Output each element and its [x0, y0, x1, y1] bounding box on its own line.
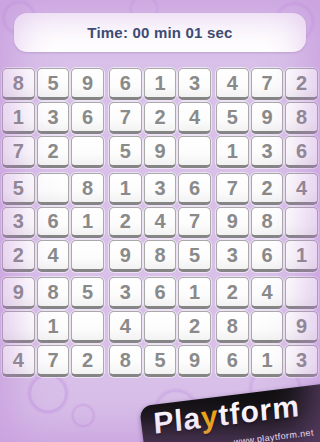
sudoku-cell-r7c7[interactable]: 2 [216, 277, 249, 309]
sudoku-cell-r5c3[interactable]: 1 [71, 207, 104, 239]
sudoku-cell-r9c8[interactable]: 1 [251, 345, 284, 377]
sudoku-cell-r7c6[interactable]: 1 [178, 277, 211, 309]
sudoku-cell-r1c8[interactable]: 7 [251, 68, 284, 100]
sudoku-cell-r1c2[interactable]: 5 [37, 68, 70, 100]
sudoku-cell-r4c8[interactable]: 2 [251, 173, 284, 205]
sudoku-cell-r7c3[interactable]: 5 [71, 277, 104, 309]
sudoku-cell-r6c9[interactable]: 1 [285, 240, 318, 272]
sudoku-cell-r8c2[interactable]: 1 [37, 311, 70, 343]
sudoku-cell-r1c6[interactable]: 3 [178, 68, 211, 100]
sudoku-cell-r8c4[interactable]: 4 [109, 311, 142, 343]
timer-text: Time: 00 min 01 sec [87, 24, 232, 41]
sudoku-cell-r8c6[interactable]: 2 [178, 311, 211, 343]
sudoku-cell-r1c9[interactable]: 2 [285, 68, 318, 100]
sudoku-cell-r6c5[interactable]: 8 [144, 240, 177, 272]
sudoku-cell-r7c9[interactable] [285, 277, 318, 309]
sudoku-app: Time: 00 min 01 sec 85913672613724594725… [0, 0, 320, 442]
sudoku-cell-r6c6[interactable]: 5 [178, 240, 211, 272]
playtform-logo: Playtform www.playtform.net [139, 382, 320, 442]
sudoku-cell-r3c7[interactable]: 1 [216, 136, 249, 168]
sudoku-cell-r8c7[interactable]: 8 [216, 311, 249, 343]
sudoku-cell-r2c6[interactable]: 4 [178, 102, 211, 134]
logo-text-pla: Pla [152, 401, 202, 440]
sudoku-cell-r3c4[interactable]: 5 [109, 136, 142, 168]
sudoku-cell-r2c8[interactable]: 9 [251, 102, 284, 134]
sudoku-cell-r9c5[interactable]: 5 [144, 345, 177, 377]
sudoku-box-6: 72498361 [216, 173, 318, 273]
sudoku-cell-r4c3[interactable]: 8 [71, 173, 104, 205]
sudoku-box-1: 85913672 [2, 68, 104, 168]
sudoku-cell-r7c2[interactable]: 8 [37, 277, 70, 309]
sudoku-box-4: 5836124 [2, 173, 104, 273]
sudoku-cell-r4c7[interactable]: 7 [216, 173, 249, 205]
sudoku-box-2: 61372459 [109, 68, 211, 168]
sudoku-cell-r1c5[interactable]: 1 [144, 68, 177, 100]
sudoku-cell-r9c3[interactable]: 2 [71, 345, 104, 377]
sudoku-cell-r3c6[interactable] [178, 136, 211, 168]
sudoku-cell-r7c8[interactable]: 4 [251, 277, 284, 309]
sudoku-cell-r4c4[interactable]: 1 [109, 173, 142, 205]
sudoku-cell-r6c8[interactable]: 6 [251, 240, 284, 272]
sudoku-cell-r5c2[interactable]: 6 [37, 207, 70, 239]
sudoku-cell-r9c1[interactable]: 4 [2, 345, 35, 377]
sudoku-cell-r9c4[interactable]: 8 [109, 345, 142, 377]
sudoku-cell-r4c5[interactable]: 3 [144, 173, 177, 205]
sudoku-cell-r1c4[interactable]: 6 [109, 68, 142, 100]
sudoku-cell-r6c3[interactable] [71, 240, 104, 272]
sudoku-cell-r2c1[interactable]: 1 [2, 102, 35, 134]
sudoku-cell-r8c1[interactable] [2, 311, 35, 343]
sudoku-cell-r1c3[interactable]: 9 [71, 68, 104, 100]
sudoku-cell-r2c2[interactable]: 3 [37, 102, 70, 134]
sudoku-board: 8591367261372459472598136583612413624798… [2, 68, 318, 377]
sudoku-cell-r1c7[interactable]: 4 [216, 68, 249, 100]
sudoku-cell-r2c9[interactable]: 8 [285, 102, 318, 134]
sudoku-cell-r5c4[interactable]: 2 [109, 207, 142, 239]
sudoku-cell-r9c9[interactable]: 3 [285, 345, 318, 377]
sudoku-cell-r2c4[interactable]: 7 [109, 102, 142, 134]
logo-text-tform: tform [217, 389, 300, 432]
logo-text-y: y [200, 399, 220, 434]
sudoku-cell-r7c4[interactable]: 3 [109, 277, 142, 309]
sudoku-cell-r3c9[interactable]: 6 [285, 136, 318, 168]
sudoku-cell-r3c1[interactable]: 7 [2, 136, 35, 168]
sudoku-cell-r6c2[interactable]: 4 [37, 240, 70, 272]
sudoku-cell-r5c9[interactable] [285, 207, 318, 239]
sudoku-cell-r9c7[interactable]: 6 [216, 345, 249, 377]
sudoku-cell-r4c9[interactable]: 4 [285, 173, 318, 205]
sudoku-cell-r7c5[interactable]: 6 [144, 277, 177, 309]
sudoku-box-3: 472598136 [216, 68, 318, 168]
sudoku-box-7: 9851472 [2, 277, 104, 377]
sudoku-cell-r9c6[interactable]: 9 [178, 345, 211, 377]
sudoku-cell-r2c5[interactable]: 2 [144, 102, 177, 134]
sudoku-cell-r8c9[interactable]: 9 [285, 311, 318, 343]
sudoku-cell-r5c7[interactable]: 9 [216, 207, 249, 239]
sudoku-cell-r7c1[interactable]: 9 [2, 277, 35, 309]
sudoku-cell-r9c2[interactable]: 7 [37, 345, 70, 377]
sudoku-cell-r5c8[interactable]: 8 [251, 207, 284, 239]
sudoku-cell-r8c8[interactable] [251, 311, 284, 343]
sudoku-box-9: 2489613 [216, 277, 318, 377]
sudoku-cell-r4c6[interactable]: 6 [178, 173, 211, 205]
sudoku-cell-r5c5[interactable]: 4 [144, 207, 177, 239]
sudoku-cell-r8c5[interactable] [144, 311, 177, 343]
sudoku-cell-r5c6[interactable]: 7 [178, 207, 211, 239]
sudoku-cell-r5c1[interactable]: 3 [2, 207, 35, 239]
sudoku-cell-r3c2[interactable]: 2 [37, 136, 70, 168]
sudoku-cell-r2c3[interactable]: 6 [71, 102, 104, 134]
sudoku-cell-r1c1[interactable]: 8 [2, 68, 35, 100]
sudoku-box-5: 136247985 [109, 173, 211, 273]
sudoku-cell-r3c3[interactable] [71, 136, 104, 168]
sudoku-cell-r6c1[interactable]: 2 [2, 240, 35, 272]
sudoku-cell-r2c7[interactable]: 5 [216, 102, 249, 134]
sudoku-cell-r6c4[interactable]: 9 [109, 240, 142, 272]
sudoku-cell-r3c8[interactable]: 3 [251, 136, 284, 168]
sudoku-cell-r4c2[interactable] [37, 173, 70, 205]
sudoku-cell-r8c3[interactable] [71, 311, 104, 343]
sudoku-cell-r4c1[interactable]: 5 [2, 173, 35, 205]
sudoku-box-8: 36142859 [109, 277, 211, 377]
timer-bar: Time: 00 min 01 sec [14, 13, 306, 52]
sudoku-cell-r6c7[interactable]: 3 [216, 240, 249, 272]
sudoku-cell-r3c5[interactable]: 9 [144, 136, 177, 168]
